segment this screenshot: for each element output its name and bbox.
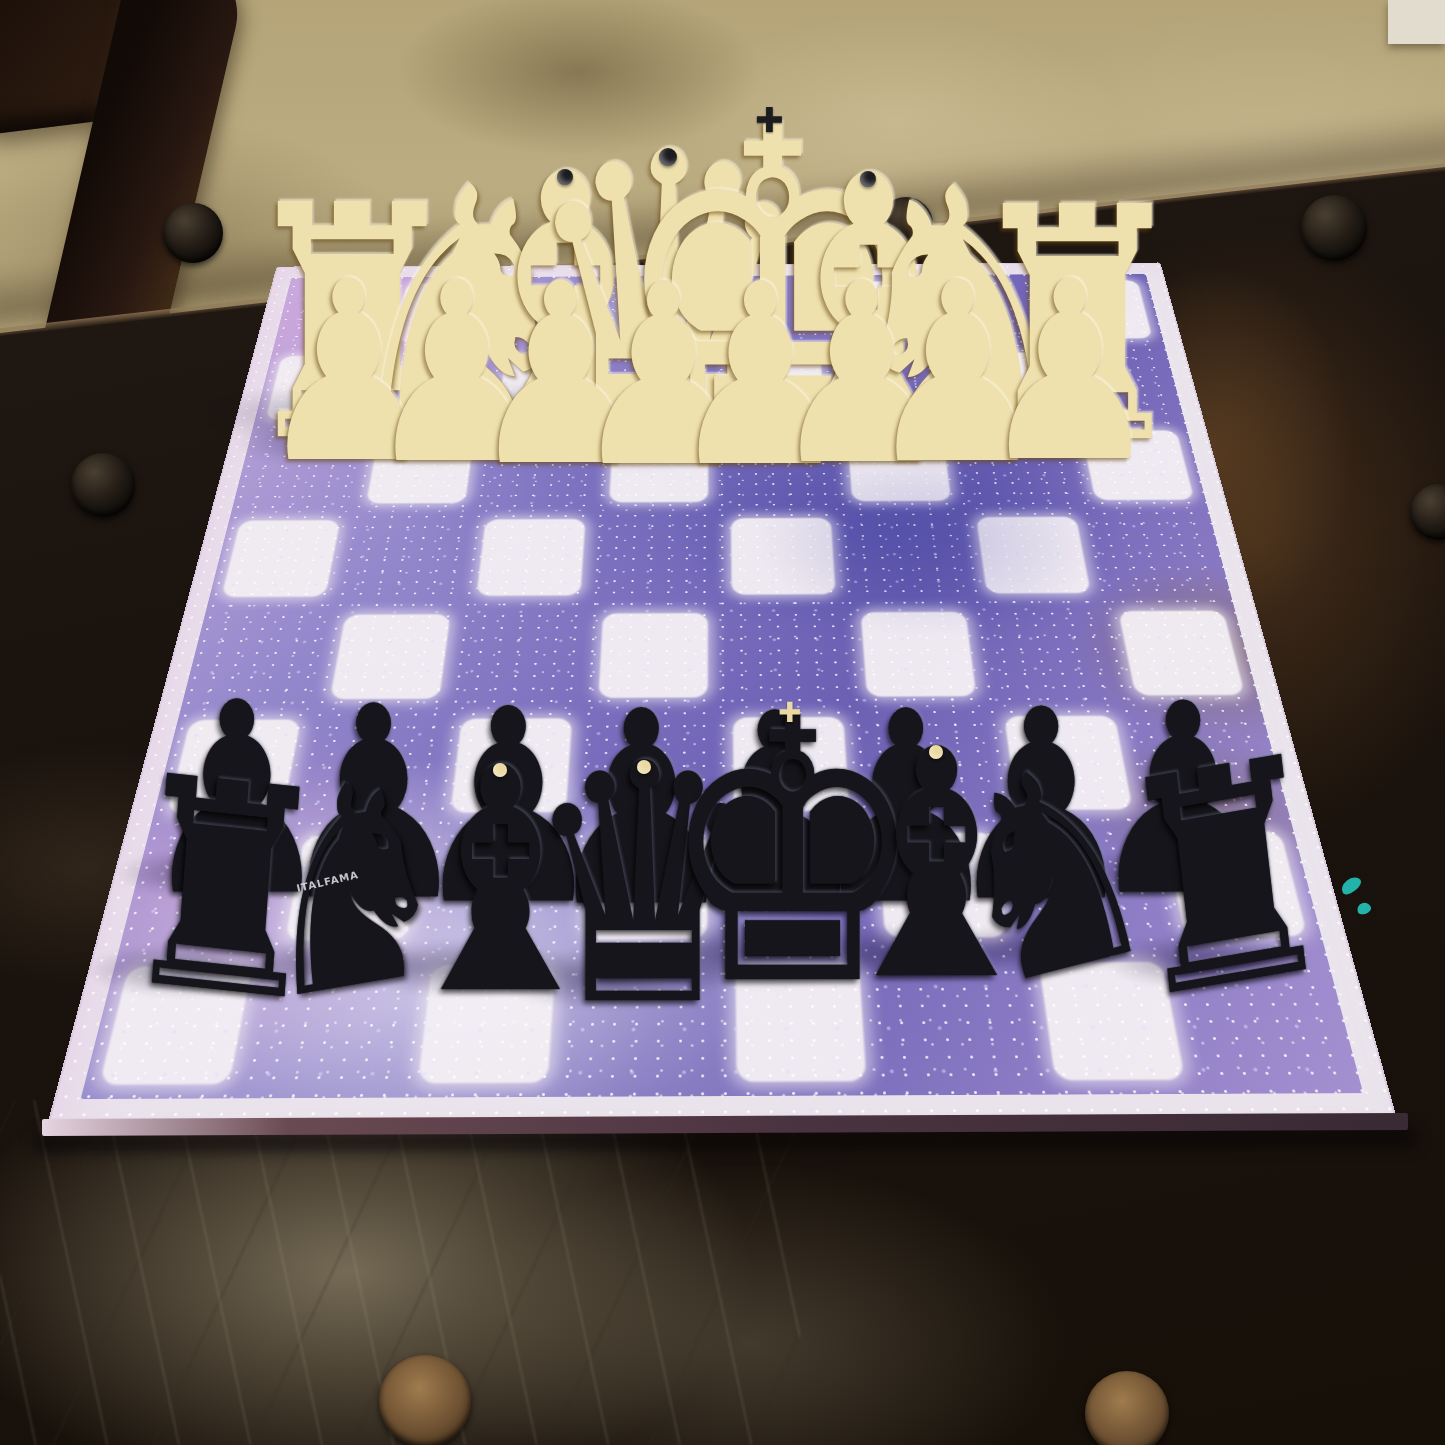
pawn-glyph: ♟ <box>969 249 1172 497</box>
photo-scene: ♜♞♝♛♚✚♝♞♜♟♟♟♟♟♟♟♟♟♟♟♟♟♟♟♟♜♞ITALFAMA♝♛♚✚♝… <box>0 0 1445 1445</box>
piece-layer: ♜♞♝♛♚✚♝♞♜♟♟♟♟♟♟♟♟♟♟♟♟♟♟♟♟♜♞ITALFAMA♝♛♚✚♝… <box>0 0 1445 1445</box>
piece-black-rook[interactable]: ♜ <box>1090 729 1387 1026</box>
piece-white-pawn[interactable]: ♟ <box>946 249 1194 497</box>
rook-glyph: ♜ <box>1088 711 1363 1046</box>
